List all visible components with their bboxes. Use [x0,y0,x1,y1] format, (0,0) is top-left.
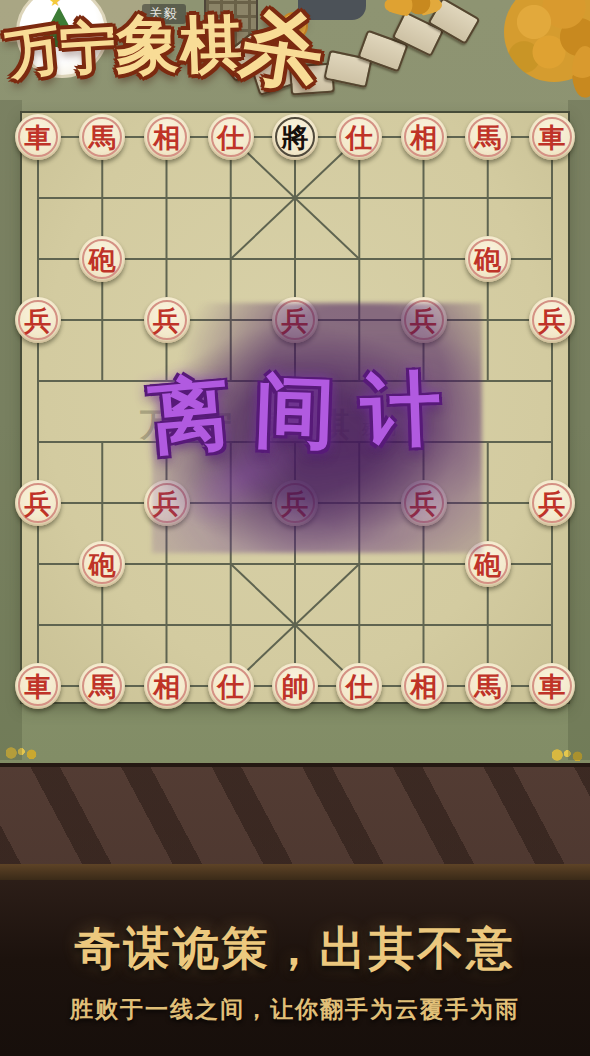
piece-b1-馬[interactable]: 馬 [79,663,125,709]
piece-e1-帥[interactable]: 帥 [272,663,318,709]
piece-b3-砲[interactable]: 砲 [79,541,125,587]
piece-glyph: 車 [539,673,566,700]
foliage-right-edge [572,46,590,98]
piece-glyph: 仕 [217,124,244,151]
piece-a4-兵[interactable]: 兵 [15,480,61,526]
logo-char: 杀 [235,2,329,96]
piece-h8-砲[interactable]: 砲 [465,236,511,282]
logo-char: 棋 [179,13,243,77]
piece-glyph: 仕 [346,124,373,151]
piece-glyph: 將 [282,124,309,151]
app-logo: 万 宁 象 棋 杀 [6,4,324,86]
piece-i1-車[interactable]: 車 [529,663,575,709]
wood-table-lip [0,864,590,880]
game-screen: 关毅 ? ★ 万 宁 象 棋 杀 万宁象棋 残局 車馬相仕將仕相馬車砲砲兵兵兵兵… [0,0,590,1056]
board-left-shade [0,100,22,760]
logo-char: 象 [115,12,180,77]
piece-c10-相[interactable]: 相 [144,114,190,160]
piece-glyph: 馬 [89,124,116,151]
piece-d10-仕[interactable]: 仕 [208,114,254,160]
piece-d1-仕[interactable]: 仕 [208,663,254,709]
piece-glyph: 車 [25,124,52,151]
piece-glyph: 馬 [89,673,116,700]
piece-glyph: 相 [410,124,437,151]
piece-i4-兵[interactable]: 兵 [529,480,575,526]
piece-g10-相[interactable]: 相 [401,114,447,160]
piece-c1-相[interactable]: 相 [144,663,190,709]
piece-glyph: 帥 [282,673,309,700]
piece-glyph: 兵 [25,307,52,334]
piece-i7-兵[interactable]: 兵 [529,297,575,343]
tagline-sub: 胜败于一线之间，让你翻手为云覆手为雨 [0,994,590,1025]
piece-glyph: 砲 [89,246,116,273]
tagline-main: 奇谋诡策，出其不意 [0,918,590,980]
piece-glyph: 砲 [474,246,501,273]
piece-e10-將[interactable]: 將 [272,114,318,160]
logo-char: 万 [3,20,65,82]
piece-i10-車[interactable]: 車 [529,114,575,160]
strategy-title: 离 间 计 [22,371,568,451]
piece-b8-砲[interactable]: 砲 [79,236,125,282]
piece-glyph: 砲 [474,551,501,578]
board-right-shade [568,100,590,760]
piece-glyph: 仕 [217,673,244,700]
wood-table-edge [0,763,590,880]
piece-h1-馬[interactable]: 馬 [465,663,511,709]
piece-glyph: 車 [25,673,52,700]
piece-a10-車[interactable]: 車 [15,114,61,160]
strategy-char: 间 [254,370,337,453]
piece-glyph: 兵 [539,307,566,334]
piece-a1-車[interactable]: 車 [15,663,61,709]
piece-glyph: 兵 [25,490,52,517]
piece-glyph: 馬 [474,673,501,700]
xiangqi-board[interactable]: 万宁象棋 残局 車馬相仕將仕相馬車砲砲兵兵兵兵兵兵兵兵兵兵砲砲車馬相仕帥仕相馬車… [22,113,568,702]
piece-glyph: 相 [410,673,437,700]
strategy-char: 离 [146,372,233,459]
piece-glyph: 砲 [89,551,116,578]
strategy-char: 计 [360,368,443,451]
piece-g1-相[interactable]: 相 [401,663,447,709]
logo-char: 宁 [59,18,118,77]
piece-h10-馬[interactable]: 馬 [465,114,511,160]
piece-glyph: 仕 [346,673,373,700]
piece-a7-兵[interactable]: 兵 [15,297,61,343]
piece-glyph: 馬 [474,124,501,151]
piece-f10-仕[interactable]: 仕 [336,114,382,160]
piece-f1-仕[interactable]: 仕 [336,663,382,709]
piece-glyph: 相 [153,124,180,151]
piece-glyph: 相 [153,673,180,700]
piece-glyph: 兵 [539,490,566,517]
piece-glyph: 車 [539,124,566,151]
piece-b10-馬[interactable]: 馬 [79,114,125,160]
